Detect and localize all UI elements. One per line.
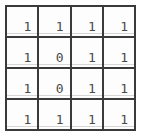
cell-r0c2[interactable]: 1 — [72, 7, 102, 36]
cell-r1c1[interactable]: 0 — [39, 38, 69, 67]
cell-r2c2[interactable]: 1 — [72, 69, 102, 98]
binary-grid-board: 1 1 1 1 1 0 1 1 1 0 1 1 1 1 1 1 — [5, 5, 136, 131]
cell-r3c2[interactable]: 1 — [72, 100, 102, 129]
matrix-screen: 1 1 1 1 1 0 1 1 1 0 1 1 1 1 1 1 — [0, 0, 141, 136]
cell-r2c1[interactable]: 0 — [39, 69, 69, 98]
cell-r2c3[interactable]: 1 — [104, 69, 134, 98]
cell-r0c1[interactable]: 1 — [39, 7, 69, 36]
cell-r0c3[interactable]: 1 — [104, 7, 134, 36]
cell-r1c0[interactable]: 1 — [7, 38, 37, 67]
cell-r1c2[interactable]: 1 — [72, 38, 102, 67]
cell-r0c0[interactable]: 1 — [7, 7, 37, 36]
cell-r2c0[interactable]: 1 — [7, 69, 37, 98]
cell-r1c3[interactable]: 1 — [104, 38, 134, 67]
cell-r3c3[interactable]: 1 — [104, 100, 134, 129]
cell-r3c1[interactable]: 1 — [39, 100, 69, 129]
cell-r3c0[interactable]: 1 — [7, 100, 37, 129]
